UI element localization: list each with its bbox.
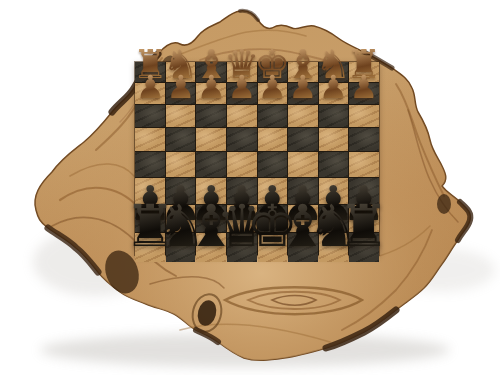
square-f6[interactable] [288, 105, 318, 127]
square-g6[interactable] [319, 105, 349, 127]
square-d6[interactable] [227, 105, 257, 127]
piece-white-pawn[interactable]: ♟ [197, 74, 226, 101]
square-g4[interactable] [319, 152, 349, 177]
square-d4[interactable] [227, 152, 257, 177]
piece-white-pawn[interactable]: ♟ [349, 74, 378, 101]
square-a5[interactable] [135, 128, 165, 151]
square-e6[interactable] [258, 105, 288, 127]
square-e5[interactable] [258, 128, 288, 151]
square-f5[interactable] [288, 128, 318, 151]
square-b4[interactable] [166, 152, 196, 177]
product-photo-stage: ♜♞♝♛♚♝♞♜♟♟♟♟♟♟♟♟♟♟♟♟♟♟♟♟♜♞♝♛♚♝♞♜ [0, 0, 500, 375]
piece-white-pawn[interactable]: ♟ [319, 74, 348, 101]
square-c6[interactable] [196, 105, 226, 127]
piece-white-pawn[interactable]: ♟ [288, 74, 317, 101]
piece-white-pawn[interactable]: ♟ [227, 74, 256, 101]
piece-white-pawn[interactable]: ♟ [136, 74, 165, 101]
square-e4[interactable] [258, 152, 288, 177]
square-h5[interactable] [349, 128, 379, 151]
piece-black-rook[interactable]: ♜ [338, 202, 390, 251]
square-a6[interactable] [135, 105, 165, 127]
square-c5[interactable] [196, 128, 226, 151]
square-b6[interactable] [166, 105, 196, 127]
square-d5[interactable] [227, 128, 257, 151]
square-g5[interactable] [319, 128, 349, 151]
square-b5[interactable] [166, 128, 196, 151]
piece-white-pawn[interactable]: ♟ [258, 74, 287, 101]
square-h6[interactable] [349, 105, 379, 127]
square-c4[interactable] [196, 152, 226, 177]
square-a4[interactable] [135, 152, 165, 177]
piece-white-pawn[interactable]: ♟ [166, 74, 195, 101]
square-f4[interactable] [288, 152, 318, 177]
square-h4[interactable] [349, 152, 379, 177]
